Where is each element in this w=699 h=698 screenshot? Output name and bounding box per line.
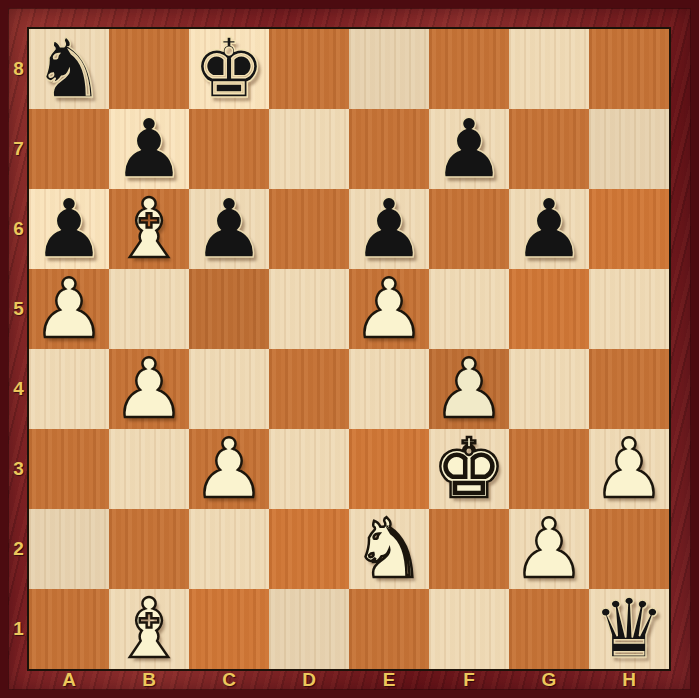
square-g8[interactable]: [509, 29, 589, 109]
square-f6[interactable]: [429, 189, 509, 269]
piece-white-pawn-b4[interactable]: ♟: [109, 349, 189, 429]
square-e5[interactable]: ♟: [349, 269, 429, 349]
square-g1[interactable]: [509, 589, 589, 669]
file-label-A: A: [29, 669, 109, 690]
piece-white-king-f3[interactable]: ♚: [429, 429, 509, 509]
square-e3[interactable]: [349, 429, 429, 509]
piece-black-king-c8[interactable]: ♚: [189, 29, 269, 109]
square-e6[interactable]: ♟: [349, 189, 429, 269]
chess-board: ♞♚♟♟♟♝♟♟♟♟♟♟♟♟♚♟♞♟♝♛: [29, 29, 669, 669]
square-c7[interactable]: [189, 109, 269, 189]
square-h7[interactable]: [589, 109, 669, 189]
square-e2[interactable]: ♞: [349, 509, 429, 589]
rank-label-8: 8: [8, 29, 29, 109]
square-a4[interactable]: [29, 349, 109, 429]
piece-black-pawn-a6[interactable]: ♟: [29, 189, 109, 269]
rank-label-7: 7: [8, 109, 29, 189]
square-e4[interactable]: [349, 349, 429, 429]
piece-black-queen-h1[interactable]: ♛: [589, 589, 669, 669]
square-d1[interactable]: [269, 589, 349, 669]
piece-white-bishop-b1[interactable]: ♝: [109, 589, 189, 669]
square-g6[interactable]: ♟: [509, 189, 589, 269]
square-h2[interactable]: [589, 509, 669, 589]
rank-label-4: 4: [8, 349, 29, 429]
square-e7[interactable]: [349, 109, 429, 189]
square-b4[interactable]: ♟: [109, 349, 189, 429]
file-label-E: E: [349, 669, 429, 690]
piece-white-pawn-h3[interactable]: ♟: [589, 429, 669, 509]
square-f7[interactable]: ♟: [429, 109, 509, 189]
square-g4[interactable]: [509, 349, 589, 429]
square-c3[interactable]: ♟: [189, 429, 269, 509]
square-b8[interactable]: [109, 29, 189, 109]
piece-black-pawn-b7[interactable]: ♟: [109, 109, 189, 189]
square-a7[interactable]: [29, 109, 109, 189]
piece-white-pawn-c3[interactable]: ♟: [189, 429, 269, 509]
square-d7[interactable]: [269, 109, 349, 189]
piece-black-pawn-g6[interactable]: ♟: [509, 189, 589, 269]
square-e1[interactable]: [349, 589, 429, 669]
square-b2[interactable]: [109, 509, 189, 589]
piece-white-pawn-f4[interactable]: ♟: [429, 349, 509, 429]
square-d4[interactable]: [269, 349, 349, 429]
square-d6[interactable]: [269, 189, 349, 269]
square-a3[interactable]: [29, 429, 109, 509]
square-b7[interactable]: ♟: [109, 109, 189, 189]
rank-label-6: 6: [8, 189, 29, 269]
square-c8[interactable]: ♚: [189, 29, 269, 109]
square-c1[interactable]: [189, 589, 269, 669]
square-d2[interactable]: [269, 509, 349, 589]
rank-labels: 87654321: [8, 29, 29, 669]
piece-black-pawn-f7[interactable]: ♟: [429, 109, 509, 189]
rank-label-1: 1: [8, 589, 29, 669]
square-f1[interactable]: [429, 589, 509, 669]
square-h6[interactable]: [589, 189, 669, 269]
square-f2[interactable]: [429, 509, 509, 589]
square-f4[interactable]: ♟: [429, 349, 509, 429]
square-c2[interactable]: [189, 509, 269, 589]
piece-white-pawn-a5[interactable]: ♟: [29, 269, 109, 349]
square-c4[interactable]: [189, 349, 269, 429]
square-b6[interactable]: ♝: [109, 189, 189, 269]
square-f8[interactable]: [429, 29, 509, 109]
file-label-G: G: [509, 669, 589, 690]
square-b1[interactable]: ♝: [109, 589, 189, 669]
square-c6[interactable]: ♟: [189, 189, 269, 269]
rank-label-3: 3: [8, 429, 29, 509]
square-g2[interactable]: ♟: [509, 509, 589, 589]
square-a2[interactable]: [29, 509, 109, 589]
square-g7[interactable]: [509, 109, 589, 189]
rank-label-2: 2: [8, 509, 29, 589]
square-g3[interactable]: [509, 429, 589, 509]
square-h4[interactable]: [589, 349, 669, 429]
square-b5[interactable]: [109, 269, 189, 349]
square-g5[interactable]: [509, 269, 589, 349]
file-label-C: C: [189, 669, 269, 690]
square-a1[interactable]: [29, 589, 109, 669]
square-d5[interactable]: [269, 269, 349, 349]
square-c5[interactable]: [189, 269, 269, 349]
piece-black-pawn-e6[interactable]: ♟: [349, 189, 429, 269]
file-label-D: D: [269, 669, 349, 690]
square-h3[interactable]: ♟: [589, 429, 669, 509]
square-f5[interactable]: [429, 269, 509, 349]
square-f3[interactable]: ♚: [429, 429, 509, 509]
square-h8[interactable]: [589, 29, 669, 109]
square-h5[interactable]: [589, 269, 669, 349]
square-a6[interactable]: ♟: [29, 189, 109, 269]
piece-white-pawn-e5[interactable]: ♟: [349, 269, 429, 349]
square-b3[interactable]: [109, 429, 189, 509]
square-d3[interactable]: [269, 429, 349, 509]
square-h1[interactable]: ♛: [589, 589, 669, 669]
square-a5[interactable]: ♟: [29, 269, 109, 349]
square-a8[interactable]: ♞: [29, 29, 109, 109]
piece-black-knight-a8[interactable]: ♞: [29, 29, 109, 109]
piece-white-knight-e2[interactable]: ♞: [349, 509, 429, 589]
square-d8[interactable]: [269, 29, 349, 109]
square-e8[interactable]: [349, 29, 429, 109]
piece-black-pawn-c6[interactable]: ♟: [189, 189, 269, 269]
rank-label-5: 5: [8, 269, 29, 349]
piece-white-bishop-b6[interactable]: ♝: [109, 189, 189, 269]
piece-white-pawn-g2[interactable]: ♟: [509, 509, 589, 589]
file-label-F: F: [429, 669, 509, 690]
